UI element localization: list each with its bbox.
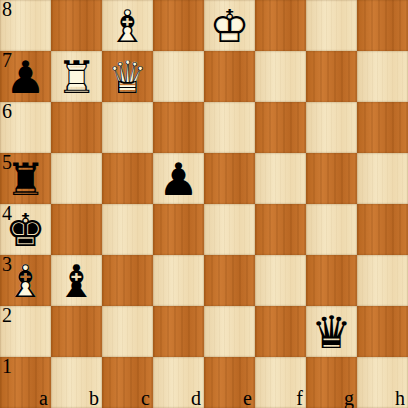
square-g2[interactable]: ♛: [306, 306, 357, 357]
piece-black-pawn[interactable]: ♟: [0, 51, 51, 102]
square-a6[interactable]: 6: [0, 102, 51, 153]
square-h4[interactable]: [357, 204, 408, 255]
square-g6[interactable]: [306, 102, 357, 153]
black-pawn-glyph: ♟: [0, 52, 51, 103]
square-e7[interactable]: [204, 51, 255, 102]
file-label-e: e: [243, 388, 252, 408]
square-f3[interactable]: [255, 255, 306, 306]
square-d3[interactable]: [153, 255, 204, 306]
square-a8[interactable]: 8: [0, 0, 51, 51]
square-c3[interactable]: [102, 255, 153, 306]
white-bishop-outline: ♗: [102, 1, 153, 52]
black-king-glyph: ♚: [0, 205, 51, 256]
square-d5[interactable]: ♟: [153, 153, 204, 204]
square-a2[interactable]: 2: [0, 306, 51, 357]
square-h6[interactable]: [357, 102, 408, 153]
white-bishop-fill: ♝: [0, 256, 51, 307]
square-d2[interactable]: [153, 306, 204, 357]
white-queen-outline: ♕: [102, 52, 153, 103]
file-label-g: g: [344, 388, 354, 408]
rank-label-2: 2: [2, 305, 12, 325]
square-c5[interactable]: [102, 153, 153, 204]
square-h8[interactable]: [357, 0, 408, 51]
black-pawn-glyph: ♟: [153, 154, 204, 205]
file-label-a: a: [39, 388, 48, 408]
rank-label-1: 1: [2, 356, 12, 376]
square-a5[interactable]: 5♜: [0, 153, 51, 204]
piece-white-king[interactable]: ♚♔: [204, 0, 255, 51]
square-g5[interactable]: [306, 153, 357, 204]
square-f4[interactable]: [255, 204, 306, 255]
square-c4[interactable]: [102, 204, 153, 255]
square-a4[interactable]: 4♚: [0, 204, 51, 255]
square-d8[interactable]: [153, 0, 204, 51]
piece-black-king[interactable]: ♚: [0, 204, 51, 255]
square-f2[interactable]: [255, 306, 306, 357]
square-e1[interactable]: e: [204, 357, 255, 408]
square-b1[interactable]: b: [51, 357, 102, 408]
piece-white-bishop[interactable]: ♝♗: [102, 0, 153, 51]
white-king-outline: ♔: [204, 1, 255, 52]
piece-white-queen[interactable]: ♛♕: [102, 51, 153, 102]
square-e2[interactable]: [204, 306, 255, 357]
square-c7[interactable]: ♛♕: [102, 51, 153, 102]
square-a7[interactable]: 7♟: [0, 51, 51, 102]
black-rook-glyph: ♜: [0, 154, 51, 205]
white-king-fill: ♚: [204, 1, 255, 52]
square-h2[interactable]: [357, 306, 408, 357]
square-c6[interactable]: [102, 102, 153, 153]
square-d1[interactable]: d: [153, 357, 204, 408]
chess-board: 8♝♗♚♔7♟♜♖♛♕65♜♟4♚3♝♗♝2♛1abcdefgh: [0, 0, 408, 408]
rank-label-6: 6: [2, 101, 12, 121]
square-b4[interactable]: [51, 204, 102, 255]
piece-black-queen[interactable]: ♛: [306, 306, 357, 357]
white-bishop-fill: ♝: [102, 1, 153, 52]
square-a1[interactable]: 1a: [0, 357, 51, 408]
square-f6[interactable]: [255, 102, 306, 153]
square-e6[interactable]: [204, 102, 255, 153]
square-c1[interactable]: c: [102, 357, 153, 408]
square-f1[interactable]: f: [255, 357, 306, 408]
file-label-h: h: [395, 388, 405, 408]
black-queen-glyph: ♛: [306, 307, 357, 358]
white-queen-fill: ♛: [102, 52, 153, 103]
square-g8[interactable]: [306, 0, 357, 51]
square-f8[interactable]: [255, 0, 306, 51]
file-label-d: d: [191, 388, 201, 408]
piece-white-rook[interactable]: ♜♖: [51, 51, 102, 102]
square-g4[interactable]: [306, 204, 357, 255]
piece-black-rook[interactable]: ♜: [0, 153, 51, 204]
rank-label-8: 8: [2, 0, 12, 19]
square-e5[interactable]: [204, 153, 255, 204]
square-d4[interactable]: [153, 204, 204, 255]
file-label-c: c: [141, 388, 150, 408]
square-b3[interactable]: ♝: [51, 255, 102, 306]
piece-white-bishop[interactable]: ♝♗: [0, 255, 51, 306]
square-f5[interactable]: [255, 153, 306, 204]
piece-black-pawn[interactable]: ♟: [153, 153, 204, 204]
file-label-f: f: [296, 388, 303, 408]
file-label-b: b: [89, 388, 99, 408]
square-e3[interactable]: [204, 255, 255, 306]
square-d7[interactable]: [153, 51, 204, 102]
white-bishop-outline: ♗: [0, 256, 51, 307]
square-f7[interactable]: [255, 51, 306, 102]
square-b8[interactable]: [51, 0, 102, 51]
square-h5[interactable]: [357, 153, 408, 204]
square-g3[interactable]: [306, 255, 357, 306]
square-b6[interactable]: [51, 102, 102, 153]
square-d6[interactable]: [153, 102, 204, 153]
square-c2[interactable]: [102, 306, 153, 357]
square-g7[interactable]: [306, 51, 357, 102]
square-b5[interactable]: [51, 153, 102, 204]
square-e8[interactable]: ♚♔: [204, 0, 255, 51]
square-h1[interactable]: h: [357, 357, 408, 408]
square-b2[interactable]: [51, 306, 102, 357]
square-g1[interactable]: g: [306, 357, 357, 408]
square-a3[interactable]: 3♝♗: [0, 255, 51, 306]
white-rook-fill: ♜: [51, 52, 102, 103]
square-h3[interactable]: [357, 255, 408, 306]
square-e4[interactable]: [204, 204, 255, 255]
black-bishop-glyph: ♝: [51, 256, 102, 307]
square-b7[interactable]: ♜♖: [51, 51, 102, 102]
piece-black-bishop[interactable]: ♝: [51, 255, 102, 306]
square-c8[interactable]: ♝♗: [102, 0, 153, 51]
white-rook-outline: ♖: [51, 52, 102, 103]
square-h7[interactable]: [357, 51, 408, 102]
